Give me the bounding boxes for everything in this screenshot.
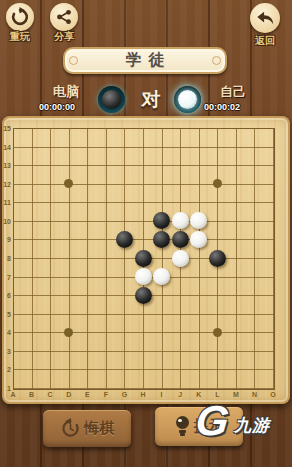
star-point bbox=[64, 328, 73, 337]
row-label: 3 bbox=[2, 348, 11, 355]
row-label: 7 bbox=[2, 274, 11, 281]
grid-line-horizontal bbox=[13, 314, 274, 315]
row-label: 9 bbox=[2, 236, 11, 243]
player-left-stone-indicator bbox=[98, 86, 125, 113]
column-label: O bbox=[267, 391, 279, 398]
grid-line-horizontal bbox=[13, 332, 274, 333]
share-button[interactable] bbox=[50, 3, 78, 31]
grid-line-horizontal bbox=[13, 351, 274, 352]
row-label: 4 bbox=[2, 329, 11, 336]
difficulty-banner: 学徒 bbox=[63, 47, 227, 74]
row-label: 11 bbox=[2, 199, 11, 206]
column-label: G bbox=[118, 391, 130, 398]
back-button[interactable] bbox=[250, 3, 280, 33]
grid-line-vertical bbox=[199, 128, 200, 389]
white-stone-I7 bbox=[153, 268, 170, 285]
black-stone-I9 bbox=[153, 231, 170, 248]
player-left-name: 电脑 bbox=[36, 83, 96, 101]
black-stone-G9 bbox=[116, 231, 133, 248]
column-label: D bbox=[63, 391, 75, 398]
grid-line-vertical bbox=[236, 128, 237, 389]
share-icon bbox=[55, 8, 73, 26]
grid-line-horizontal bbox=[13, 388, 274, 389]
row-label: 12 bbox=[2, 181, 11, 188]
board-panel: 15A14B13C12D11E10F9G8H7I6J5K4L3M2N1O bbox=[2, 116, 290, 404]
board-grid[interactable]: 15A14B13C12D11E10F9G8H7I6J5K4L3M2N1O bbox=[13, 128, 274, 389]
grid-line-vertical bbox=[162, 128, 163, 389]
column-label: F bbox=[100, 391, 112, 398]
replay-button[interactable] bbox=[6, 3, 34, 31]
vs-label: 对 bbox=[134, 87, 168, 113]
row-label: 13 bbox=[2, 162, 11, 169]
black-stone-L8 bbox=[209, 250, 226, 267]
hint-button[interactable]: 提示 bbox=[155, 407, 243, 446]
row-label: 10 bbox=[2, 218, 11, 225]
column-label: N bbox=[248, 391, 260, 398]
column-label: B bbox=[26, 391, 38, 398]
column-label: E bbox=[81, 391, 93, 398]
share-label: 分享 bbox=[42, 30, 86, 44]
grid-line-vertical bbox=[273, 128, 274, 389]
back-arrow-icon bbox=[255, 8, 275, 28]
undo-clock-icon bbox=[60, 418, 81, 439]
column-label: L bbox=[211, 391, 223, 398]
player-left-timer: 00:00:00 bbox=[26, 102, 88, 112]
grid-line-vertical bbox=[254, 128, 255, 389]
row-label: 8 bbox=[2, 255, 11, 262]
row-label: 14 bbox=[2, 144, 11, 151]
star-point bbox=[213, 179, 222, 188]
back-label: 返回 bbox=[243, 34, 287, 48]
row-label: 5 bbox=[2, 311, 11, 318]
replay-label: 重玩 bbox=[0, 30, 42, 44]
row-label: 15 bbox=[2, 125, 11, 132]
black-stone-J9 bbox=[172, 231, 189, 248]
gomoku-app: 重玩 分享 返回 学徒 电脑 00:00:00 对 自己 00:00:02 15… bbox=[0, 0, 292, 467]
difficulty-title: 学徒 bbox=[119, 50, 172, 71]
row-label: 2 bbox=[2, 366, 11, 373]
column-label: A bbox=[7, 391, 19, 398]
column-label: C bbox=[44, 391, 56, 398]
black-stone-icon bbox=[102, 90, 121, 109]
star-point bbox=[213, 328, 222, 337]
lightbulb-icon bbox=[175, 416, 190, 437]
hint-label: 提示 bbox=[194, 417, 224, 436]
grid-line-horizontal bbox=[13, 369, 274, 370]
white-stone-J10 bbox=[172, 212, 189, 229]
white-stone-J8 bbox=[172, 250, 189, 267]
white-stone-H7 bbox=[135, 268, 152, 285]
column-label: I bbox=[156, 391, 168, 398]
column-label: K bbox=[193, 391, 205, 398]
player-right-timer: 00:00:02 bbox=[191, 102, 253, 112]
undo-button[interactable]: 悔棋 bbox=[43, 410, 131, 447]
row-label: 1 bbox=[2, 385, 11, 392]
column-label: J bbox=[174, 391, 186, 398]
replay-icon bbox=[10, 7, 30, 27]
player-right-name: 自己 bbox=[203, 83, 263, 101]
white-stone-K9 bbox=[190, 231, 207, 248]
black-stone-H8 bbox=[135, 250, 152, 267]
black-stone-H6 bbox=[135, 287, 152, 304]
row-label: 6 bbox=[2, 292, 11, 299]
column-label: H bbox=[137, 391, 149, 398]
undo-label: 悔棋 bbox=[85, 419, 115, 438]
column-label: M bbox=[230, 391, 242, 398]
